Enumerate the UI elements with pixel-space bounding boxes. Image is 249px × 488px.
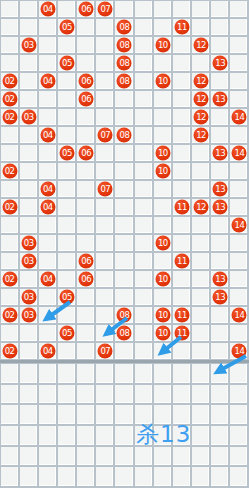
number-ball-14: 14 [232,218,247,233]
number-ball-13: 13 [213,92,228,107]
number-ball-05: 05 [60,146,75,161]
number-ball-07: 07 [98,182,113,197]
number-ball-03: 03 [21,110,36,125]
number-ball-07: 07 [98,128,113,143]
number-ball-04: 04 [40,74,55,89]
number-ball-12: 12 [194,200,209,215]
number-ball-02: 02 [2,164,17,179]
number-ball-10: 10 [155,38,170,53]
number-ball-03: 03 [21,254,36,269]
kill-annotation: 杀13 [136,421,191,447]
number-ball-10: 10 [155,164,170,179]
number-ball-08: 08 [117,20,132,35]
number-ball-10: 10 [155,326,170,341]
number-ball-05: 05 [60,56,75,71]
number-ball-14: 14 [232,110,247,125]
number-ball-12: 12 [194,110,209,125]
number-ball-02: 02 [2,200,17,215]
number-ball-02: 02 [2,272,17,287]
number-ball-10: 10 [155,236,170,251]
number-ball-02: 02 [2,92,17,107]
number-ball-06: 06 [79,272,94,287]
number-ball-12: 12 [194,38,209,53]
number-ball-06: 06 [79,92,94,107]
number-ball-13: 13 [213,56,228,71]
number-ball-06: 06 [79,2,94,17]
number-ball-05: 05 [60,290,75,305]
number-ball-12: 12 [194,92,209,107]
number-ball-11: 11 [174,254,189,269]
number-ball-14: 14 [232,308,247,323]
number-ball-04: 04 [40,200,55,215]
number-ball-10: 10 [155,74,170,89]
number-ball-04: 04 [40,182,55,197]
number-ball-08: 08 [117,38,132,53]
number-ball-06: 06 [79,74,94,89]
number-ball-08: 08 [117,56,132,71]
number-ball-03: 03 [21,308,36,323]
balls-layer: 0406070508110308101205081302040608101202… [0,0,249,488]
number-ball-08: 08 [117,308,132,323]
number-ball-10: 10 [155,146,170,161]
number-ball-10: 10 [155,272,170,287]
number-ball-02: 02 [2,308,17,323]
number-ball-03: 03 [21,290,36,305]
number-ball-04: 04 [40,2,55,17]
number-ball-07: 07 [98,2,113,17]
lottery-trend-chart: 0406070508110308101205081302040608101202… [0,0,249,488]
number-ball-14: 14 [232,344,247,359]
number-ball-13: 13 [213,146,228,161]
number-ball-06: 06 [79,254,94,269]
number-ball-04: 04 [40,272,55,287]
number-ball-03: 03 [21,38,36,53]
number-ball-05: 05 [60,20,75,35]
number-ball-10: 10 [155,308,170,323]
number-ball-13: 13 [213,182,228,197]
number-ball-11: 11 [174,326,189,341]
number-ball-08: 08 [117,74,132,89]
number-ball-13: 13 [213,290,228,305]
number-ball-08: 08 [117,128,132,143]
number-ball-02: 02 [2,74,17,89]
number-ball-13: 13 [213,272,228,287]
number-ball-14: 14 [232,146,247,161]
number-ball-05: 05 [60,326,75,341]
number-ball-03: 03 [21,236,36,251]
number-ball-11: 11 [174,308,189,323]
number-ball-07: 07 [98,344,113,359]
number-ball-11: 11 [174,20,189,35]
number-ball-11: 11 [174,200,189,215]
number-ball-02: 02 [2,344,17,359]
number-ball-12: 12 [194,128,209,143]
number-ball-08: 08 [117,326,132,341]
number-ball-02: 02 [2,110,17,125]
number-ball-12: 12 [194,74,209,89]
number-ball-13: 13 [213,200,228,215]
number-ball-06: 06 [79,146,94,161]
number-ball-04: 04 [40,344,55,359]
number-ball-04: 04 [40,128,55,143]
